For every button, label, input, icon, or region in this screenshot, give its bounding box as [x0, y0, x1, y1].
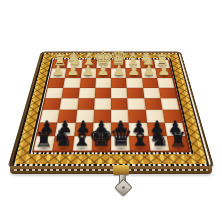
square-a3[interactable]	[157, 78, 175, 88]
square-d2[interactable]: ♟	[111, 68, 126, 77]
square-c5[interactable]	[127, 98, 145, 110]
piece-black-knight[interactable]: ♞	[149, 128, 170, 150]
square-c8[interactable]: ♝	[130, 136, 150, 151]
square-a5[interactable]	[160, 98, 179, 110]
square-f2[interactable]: ♟	[80, 68, 96, 77]
piece-black-rook[interactable]: ♜	[34, 130, 53, 150]
piece-black-knight[interactable]: ♞	[52, 128, 73, 150]
square-d5[interactable]	[111, 98, 128, 110]
square-b2[interactable]: ♟	[141, 68, 157, 77]
square-d3[interactable]	[111, 78, 127, 88]
square-d8[interactable]: ♛	[111, 136, 130, 151]
board-front-edge	[10, 166, 212, 174]
square-b3[interactable]	[142, 78, 159, 88]
square-g3[interactable]	[63, 78, 80, 88]
piece-black-rook[interactable]: ♜	[169, 130, 188, 150]
square-e5[interactable]	[94, 98, 111, 110]
square-b5[interactable]	[144, 98, 162, 110]
square-a8[interactable]: ♜	[167, 136, 189, 151]
square-b4[interactable]	[143, 88, 161, 99]
square-g5[interactable]	[60, 98, 78, 110]
square-f4[interactable]	[78, 88, 95, 99]
square-e3[interactable]	[95, 78, 111, 88]
piece-white-pawn[interactable]: ♟	[143, 64, 156, 77]
square-f3[interactable]	[79, 78, 95, 88]
chess-set-photo: ♜♞♝♚♛♝♞♜♟♟♟♟♟♟♟♟♟♟♟♟♟♟♟♟♜♞♝♚♛♝♞♜	[0, 0, 222, 222]
piece-white-pawn[interactable]: ♟	[51, 64, 64, 77]
diamond-clasp-icon[interactable]	[114, 178, 132, 196]
chess-board: ♜♞♝♚♛♝♞♜♟♟♟♟♟♟♟♟♟♟♟♟♟♟♟♟♜♞♝♚♛♝♞♜	[7, 51, 215, 169]
square-h4[interactable]	[45, 88, 63, 99]
piece-white-pawn[interactable]: ♟	[112, 64, 125, 77]
square-f5[interactable]	[77, 98, 95, 110]
square-c4[interactable]	[127, 88, 144, 99]
piece-white-pawn[interactable]: ♟	[158, 64, 171, 77]
square-b8[interactable]: ♞	[148, 136, 169, 151]
square-d4[interactable]	[111, 88, 127, 99]
board-squares: ♜♞♝♚♛♝♞♜♟♟♟♟♟♟♟♟♟♟♟♟♟♟♟♟♜♞♝♚♛♝♞♜	[33, 60, 188, 151]
square-e2[interactable]: ♟	[96, 68, 111, 77]
square-h2[interactable]: ♟	[50, 68, 67, 77]
square-c3[interactable]	[126, 78, 142, 88]
square-h5[interactable]	[43, 98, 62, 110]
piece-black-bishop[interactable]: ♝	[129, 128, 150, 150]
square-h3[interactable]	[48, 78, 66, 88]
square-c2[interactable]: ♟	[126, 68, 142, 77]
square-a2[interactable]: ♟	[155, 68, 172, 77]
square-e4[interactable]	[95, 88, 111, 99]
square-g2[interactable]: ♟	[65, 68, 81, 77]
piece-white-pawn[interactable]: ♟	[127, 64, 140, 77]
square-a4[interactable]	[159, 88, 177, 99]
piece-white-pawn[interactable]: ♟	[82, 64, 95, 77]
piece-white-pawn[interactable]: ♟	[97, 64, 110, 77]
piece-white-pawn[interactable]: ♟	[67, 64, 80, 77]
square-g4[interactable]	[62, 88, 80, 99]
